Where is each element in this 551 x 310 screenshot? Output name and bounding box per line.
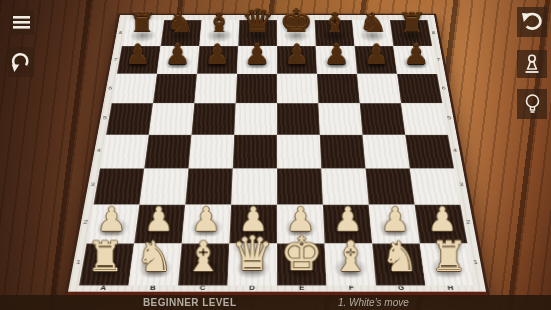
square-h5[interactable] bbox=[401, 103, 448, 134]
level-label: BEGINNER LEVEL bbox=[143, 297, 236, 308]
square-g4[interactable] bbox=[362, 135, 409, 169]
undo-arrow-icon bbox=[521, 12, 543, 32]
square-c5[interactable] bbox=[192, 103, 236, 134]
square-c4[interactable] bbox=[188, 135, 234, 169]
square-g5[interactable] bbox=[360, 103, 406, 134]
square-e5[interactable] bbox=[277, 103, 320, 134]
file-labels-bottom: ABCDEFGH bbox=[78, 283, 476, 293]
square-h1[interactable]: ♜ bbox=[420, 244, 475, 286]
square-e6[interactable] bbox=[277, 74, 318, 103]
lightbulb-icon bbox=[525, 94, 540, 115]
square-f6[interactable] bbox=[317, 74, 360, 103]
black-pawn[interactable]: ♟ bbox=[387, 17, 446, 68]
square-f4[interactable] bbox=[320, 135, 366, 169]
square-a5[interactable] bbox=[106, 103, 153, 134]
file-label-d: D bbox=[227, 283, 277, 293]
file-label-f: F bbox=[326, 283, 376, 293]
status-bar: BEGINNER LEVEL 1. White's move bbox=[0, 295, 551, 310]
pawn-icon bbox=[524, 54, 540, 74]
square-b4[interactable] bbox=[144, 135, 191, 169]
file-label-b: B bbox=[128, 283, 179, 293]
file-label-e: E bbox=[277, 283, 327, 293]
rotate-icon bbox=[11, 51, 31, 73]
square-d4[interactable] bbox=[233, 135, 277, 169]
hint-button[interactable] bbox=[517, 89, 547, 119]
square-g6[interactable] bbox=[357, 74, 401, 103]
hamburger-icon bbox=[13, 16, 30, 29]
file-label-h: H bbox=[425, 283, 476, 293]
rotate-board-button[interactable] bbox=[8, 47, 34, 77]
square-b5[interactable] bbox=[149, 103, 195, 134]
file-label-c: C bbox=[177, 283, 227, 293]
file-label-g: G bbox=[376, 283, 427, 293]
square-f5[interactable] bbox=[318, 103, 362, 134]
square-h4[interactable] bbox=[405, 135, 454, 169]
menu-button[interactable] bbox=[9, 10, 34, 35]
player-mode-button[interactable] bbox=[517, 50, 547, 78]
board-scene: 87654321 87654321 ABCDEFGH ♜♞♝♛♚♝♞♜♟♟♟♟♟… bbox=[64, 0, 490, 297]
square-e4[interactable] bbox=[277, 135, 321, 169]
white-rook[interactable]: ♜ bbox=[413, 214, 486, 277]
square-h7[interactable]: ♟ bbox=[393, 46, 437, 74]
board-grid: ♜♞♝♛♚♝♞♜♟♟♟♟♟♟♟♟♟♟♟♟♟♟♟♟♜♞♝♛♚♝♞♜ bbox=[79, 20, 475, 285]
square-c6[interactable] bbox=[194, 74, 237, 103]
square-a4[interactable] bbox=[100, 135, 149, 169]
undo-button[interactable] bbox=[517, 7, 547, 37]
square-h6[interactable] bbox=[397, 74, 442, 103]
square-b6[interactable] bbox=[153, 74, 197, 103]
chess-board: 87654321 87654321 ABCDEFGH ♜♞♝♛♚♝♞♜♟♟♟♟♟… bbox=[64, 14, 490, 297]
move-indicator: 1. White's move bbox=[338, 297, 409, 308]
chess-app-screen: 87654321 87654321 ABCDEFGH ♜♞♝♛♚♝♞♜♟♟♟♟♟… bbox=[0, 0, 551, 310]
square-a6[interactable] bbox=[112, 74, 157, 103]
square-d6[interactable] bbox=[236, 74, 277, 103]
file-label-a: A bbox=[78, 283, 129, 293]
square-d5[interactable] bbox=[234, 103, 277, 134]
